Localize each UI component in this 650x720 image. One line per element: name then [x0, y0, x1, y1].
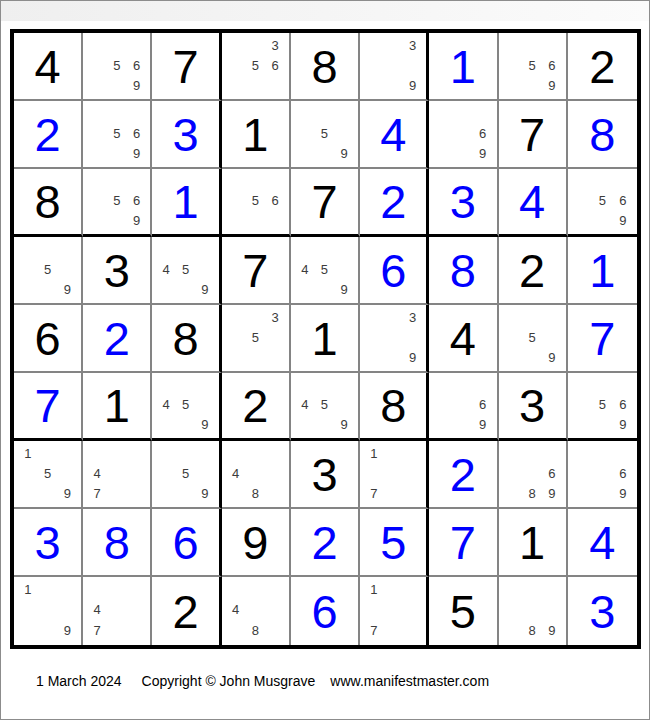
cell-r8c9[interactable]: 4	[568, 509, 637, 577]
pencil-mark-8: 8	[245, 483, 265, 503]
solved-digit: 4	[568, 509, 637, 575]
pencil-mark-9: 9	[195, 279, 214, 299]
solved-digit: 8	[568, 101, 637, 167]
pencil-mark-7: 7	[364, 483, 383, 503]
cell-r3c1[interactable]: 8	[14, 169, 83, 237]
pencil-mark-1: 1	[18, 443, 38, 463]
pencil-marks: 59	[156, 443, 214, 503]
cell-r7c7[interactable]: 2	[429, 441, 498, 509]
cell-r7c4[interactable]: 48	[222, 441, 291, 509]
pencil-mark-9: 9	[403, 75, 422, 95]
pencil-mark-5: 5	[176, 259, 195, 279]
cell-r7c9[interactable]: 69	[568, 441, 637, 509]
solved-digit: 7	[14, 373, 81, 438]
cell-r4c6[interactable]: 6	[360, 237, 429, 305]
pencil-mark-4: 4	[295, 395, 315, 415]
cell-r1c8[interactable]: 569	[499, 33, 568, 101]
pencil-marks: 459	[295, 239, 354, 299]
pencil-mark-5: 5	[592, 395, 612, 415]
pencil-mark-5: 5	[315, 123, 335, 143]
given-digit: 4	[429, 305, 496, 371]
cell-r5c7[interactable]: 4	[429, 305, 498, 373]
pencil-mark-6: 6	[613, 395, 633, 415]
solved-digit: 3	[152, 101, 218, 167]
pencil-mark-5: 5	[592, 191, 612, 211]
pencil-mark-6: 6	[265, 55, 285, 75]
given-digit: 8	[291, 33, 358, 99]
cell-r9c5[interactable]: 6	[291, 577, 360, 645]
pencil-marks: 69	[433, 103, 492, 163]
cell-r2c4[interactable]: 1	[222, 101, 291, 169]
cell-r2c5[interactable]: 59	[291, 101, 360, 169]
cell-r1c3[interactable]: 7	[152, 33, 221, 101]
pencil-mark-4: 4	[156, 395, 175, 415]
cell-r8c8[interactable]: 1	[499, 509, 568, 577]
pencil-mark-6: 6	[613, 463, 633, 483]
pencil-mark-9: 9	[127, 143, 147, 163]
pencil-marks: 69	[572, 443, 633, 503]
footer-copyright: Copyright © John Musgrave	[142, 673, 316, 689]
pencil-mark-9: 9	[127, 210, 147, 230]
cell-r9c6[interactable]: 17	[360, 577, 429, 645]
given-digit: 7	[499, 101, 566, 167]
cell-r8c7[interactable]: 7	[429, 509, 498, 577]
cell-r5c6[interactable]: 39	[360, 305, 429, 373]
cell-r3c8[interactable]: 4	[499, 169, 568, 237]
pencil-mark-4: 4	[226, 463, 246, 483]
page-footer: 1 March 2024 Copyright © John Musgrave w…	[36, 673, 489, 689]
pencil-mark-1: 1	[364, 579, 383, 600]
cell-r2c7[interactable]: 69	[429, 101, 498, 169]
cell-r4c8[interactable]: 2	[499, 237, 568, 305]
pencil-mark-5: 5	[38, 463, 58, 483]
solved-digit: 2	[429, 441, 496, 507]
solved-digit: 8	[83, 509, 150, 575]
pencil-marks: 356	[226, 35, 285, 95]
pencil-mark-9: 9	[127, 75, 147, 95]
sudoku-board: 4569735683915692256931594697885691567234…	[10, 29, 641, 649]
cell-r3c6[interactable]: 2	[360, 169, 429, 237]
pencil-mark-6: 6	[127, 55, 147, 75]
pencil-mark-5: 5	[522, 55, 542, 75]
cell-r6c2[interactable]: 1	[83, 373, 152, 441]
given-digit: 1	[291, 305, 358, 371]
cell-r3c2[interactable]: 569	[83, 169, 152, 237]
pencil-mark-7: 7	[364, 620, 383, 641]
given-digit: 1	[83, 373, 150, 438]
cell-r9c7[interactable]: 5	[429, 577, 498, 645]
solved-digit: 8	[429, 237, 496, 303]
pencil-mark-5: 5	[38, 259, 58, 279]
solved-digit: 4	[360, 101, 426, 167]
cell-r6c9[interactable]: 569	[568, 373, 637, 441]
given-digit: 8	[14, 169, 81, 234]
pencil-marks: 48	[226, 579, 285, 641]
cell-r9c2[interactable]: 47	[83, 577, 152, 645]
pencil-mark-5: 5	[522, 327, 542, 347]
cell-r4c9[interactable]: 1	[568, 237, 637, 305]
pencil-marks: 59	[18, 239, 77, 299]
cell-r9c8[interactable]: 89	[499, 577, 568, 645]
cell-r6c4[interactable]: 2	[222, 373, 291, 441]
solved-digit: 3	[429, 169, 496, 234]
pencil-marks: 47	[87, 579, 146, 641]
cell-r5c1[interactable]: 6	[14, 305, 83, 373]
pencil-mark-5: 5	[245, 55, 265, 75]
cell-r1c7[interactable]: 1	[429, 33, 498, 101]
footer-website: www.manifestmaster.com	[330, 673, 489, 689]
pencil-mark-9: 9	[542, 620, 562, 641]
pencil-mark-4: 4	[87, 463, 107, 483]
solved-digit: 6	[152, 509, 218, 575]
cell-r1c2[interactable]: 569	[83, 33, 152, 101]
pencil-mark-9: 9	[542, 347, 562, 367]
solved-digit: 2	[291, 509, 358, 575]
solved-digit: 2	[83, 305, 150, 371]
pencil-mark-9: 9	[57, 483, 77, 503]
pencil-mark-8: 8	[245, 620, 265, 641]
cell-r5c9[interactable]: 7	[568, 305, 637, 373]
cell-r1c5[interactable]: 8	[291, 33, 360, 101]
pencil-marks: 48	[226, 443, 285, 503]
solved-digit: 2	[360, 169, 426, 234]
pencil-marks: 459	[156, 239, 214, 299]
pencil-marks: 59	[503, 307, 562, 367]
pencil-mark-9: 9	[195, 414, 214, 434]
solved-digit: 3	[568, 577, 637, 645]
pencil-mark-5: 5	[245, 327, 265, 347]
pencil-mark-9: 9	[542, 483, 562, 503]
solved-digit: 2	[14, 101, 81, 167]
cell-r7c1[interactable]: 159	[14, 441, 83, 509]
pencil-mark-9: 9	[334, 414, 354, 434]
pencil-mark-7: 7	[87, 620, 107, 641]
cell-r6c1[interactable]: 7	[14, 373, 83, 441]
pencil-mark-6: 6	[127, 191, 147, 211]
pencil-mark-9: 9	[613, 483, 633, 503]
pencil-marks: 17	[364, 443, 422, 503]
cell-r9c4[interactable]: 48	[222, 577, 291, 645]
cell-r4c3[interactable]: 459	[152, 237, 221, 305]
pencil-mark-6: 6	[127, 123, 147, 143]
pencil-marks: 69	[433, 375, 492, 434]
pencil-marks: 569	[87, 103, 146, 163]
pencil-mark-6: 6	[542, 463, 562, 483]
cell-r7c5[interactable]: 3	[291, 441, 360, 509]
pencil-mark-8: 8	[522, 483, 542, 503]
pencil-mark-6: 6	[473, 395, 493, 415]
pencil-mark-9: 9	[473, 143, 493, 163]
given-digit: 7	[152, 33, 218, 99]
pencil-marks: 39	[364, 35, 422, 95]
pencil-mark-4: 4	[156, 259, 175, 279]
pencil-mark-8: 8	[522, 620, 542, 641]
cell-r4c4[interactable]: 7	[222, 237, 291, 305]
pencil-mark-5: 5	[107, 191, 127, 211]
pencil-mark-6: 6	[613, 191, 633, 211]
given-digit: 1	[222, 101, 289, 167]
pencil-mark-5: 5	[315, 259, 335, 279]
cell-r9c3[interactable]: 2	[152, 577, 221, 645]
pencil-mark-1: 1	[364, 443, 383, 463]
pencil-mark-3: 3	[403, 35, 422, 55]
given-digit: 5	[429, 577, 496, 645]
cell-r7c3[interactable]: 59	[152, 441, 221, 509]
cell-r3c5[interactable]: 7	[291, 169, 360, 237]
cell-r5c3[interactable]: 8	[152, 305, 221, 373]
cell-r6c3[interactable]: 459	[152, 373, 221, 441]
cell-r2c8[interactable]: 7	[499, 101, 568, 169]
given-digit: 7	[222, 237, 289, 303]
solved-digit: 6	[360, 237, 426, 303]
cell-r6c6[interactable]: 8	[360, 373, 429, 441]
pencil-mark-5: 5	[245, 191, 265, 211]
pencil-mark-4: 4	[295, 259, 315, 279]
solved-digit: 3	[14, 509, 81, 575]
pencil-mark-4: 4	[226, 600, 246, 621]
pencil-marks: 47	[87, 443, 146, 503]
cell-r5c2[interactable]: 2	[83, 305, 152, 373]
pencil-marks: 459	[295, 375, 354, 434]
solved-digit: 7	[568, 305, 637, 371]
cell-r6c7[interactable]: 69	[429, 373, 498, 441]
cell-r3c4[interactable]: 56	[222, 169, 291, 237]
given-digit: 8	[360, 373, 426, 438]
cell-r2c2[interactable]: 569	[83, 101, 152, 169]
given-digit: 7	[291, 169, 358, 234]
given-digit: 2	[152, 577, 218, 645]
cell-r6c8[interactable]: 3	[499, 373, 568, 441]
cell-r4c5[interactable]: 459	[291, 237, 360, 305]
pencil-mark-9: 9	[473, 414, 493, 434]
pencil-marks: 39	[364, 307, 422, 367]
pencil-mark-9: 9	[403, 347, 422, 367]
pencil-mark-9: 9	[334, 143, 354, 163]
cell-r5c8[interactable]: 59	[499, 305, 568, 373]
cell-r2c3[interactable]: 3	[152, 101, 221, 169]
pencil-marks: 569	[503, 35, 562, 95]
given-digit: 3	[291, 441, 358, 507]
given-digit: 3	[83, 237, 150, 303]
pencil-mark-3: 3	[265, 35, 285, 55]
cell-r5c4[interactable]: 35	[222, 305, 291, 373]
pencil-marks: 689	[503, 443, 562, 503]
cell-r6c5[interactable]: 459	[291, 373, 360, 441]
cell-r4c2[interactable]: 3	[83, 237, 152, 305]
pencil-mark-6: 6	[265, 191, 285, 211]
pencil-mark-9: 9	[57, 279, 77, 299]
sudoku-page: 4569735683915692256931594697885691567234…	[0, 0, 650, 720]
given-digit: 4	[14, 33, 81, 99]
cell-r1c9[interactable]: 2	[568, 33, 637, 101]
solved-digit: 6	[291, 577, 358, 645]
cell-r2c6[interactable]: 4	[360, 101, 429, 169]
cell-r1c6[interactable]: 39	[360, 33, 429, 101]
cell-r8c2[interactable]: 8	[83, 509, 152, 577]
pencil-marks: 159	[18, 443, 77, 503]
pencil-mark-9: 9	[542, 75, 562, 95]
cell-r3c3[interactable]: 1	[152, 169, 221, 237]
pencil-marks: 459	[156, 375, 214, 434]
pencil-marks: 569	[87, 35, 146, 95]
pencil-mark-6: 6	[473, 123, 493, 143]
given-digit: 2	[568, 33, 637, 99]
cell-r5c5[interactable]: 1	[291, 305, 360, 373]
pencil-mark-9: 9	[613, 414, 633, 434]
pencil-mark-5: 5	[107, 55, 127, 75]
cell-r7c2[interactable]: 47	[83, 441, 152, 509]
cell-r7c8[interactable]: 689	[499, 441, 568, 509]
pencil-mark-5: 5	[315, 395, 335, 415]
solved-digit: 1	[429, 33, 496, 99]
cell-r9c1[interactable]: 19	[14, 577, 83, 645]
given-digit: 2	[499, 237, 566, 303]
cell-r3c9[interactable]: 569	[568, 169, 637, 237]
cell-r2c9[interactable]: 8	[568, 101, 637, 169]
pencil-marks: 17	[364, 579, 422, 641]
pencil-marks: 569	[572, 171, 633, 230]
given-digit: 2	[222, 373, 289, 438]
pencil-marks: 35	[226, 307, 285, 367]
cell-r1c4[interactable]: 356	[222, 33, 291, 101]
cell-r8c3[interactable]: 6	[152, 509, 221, 577]
cell-r8c4[interactable]: 9	[222, 509, 291, 577]
pencil-marks: 56	[226, 171, 285, 230]
pencil-mark-4: 4	[87, 600, 107, 621]
pencil-marks: 89	[503, 579, 562, 641]
solved-digit: 1	[568, 237, 637, 303]
pencil-mark-6: 6	[542, 55, 562, 75]
pencil-marks: 569	[87, 171, 146, 230]
pencil-mark-5: 5	[176, 395, 195, 415]
footer-date: 1 March 2024	[36, 673, 122, 689]
given-digit: 6	[14, 305, 81, 371]
pencil-mark-9: 9	[195, 483, 214, 503]
pencil-marks: 19	[18, 579, 77, 641]
pencil-mark-5: 5	[176, 463, 195, 483]
given-digit: 3	[499, 373, 566, 438]
pencil-mark-9: 9	[334, 279, 354, 299]
cell-r7c6[interactable]: 17	[360, 441, 429, 509]
pencil-mark-3: 3	[403, 307, 422, 327]
pencil-mark-9: 9	[57, 620, 77, 641]
pencil-marks: 569	[572, 375, 633, 434]
pencil-mark-7: 7	[87, 483, 107, 503]
cell-r4c7[interactable]: 8	[429, 237, 498, 305]
solved-digit: 7	[429, 509, 496, 575]
cell-r4c1[interactable]: 59	[14, 237, 83, 305]
pencil-mark-5: 5	[107, 123, 127, 143]
pencil-mark-3: 3	[265, 307, 285, 327]
top-strip	[1, 1, 649, 21]
given-digit: 8	[152, 305, 218, 371]
pencil-mark-9: 9	[613, 210, 633, 230]
cell-r2c1[interactable]: 2	[14, 101, 83, 169]
pencil-mark-1: 1	[18, 579, 38, 600]
cell-r8c6[interactable]: 5	[360, 509, 429, 577]
pencil-marks: 59	[295, 103, 354, 163]
given-digit: 1	[499, 509, 566, 575]
solved-digit: 4	[499, 169, 566, 234]
solved-digit: 5	[360, 509, 426, 575]
cell-r3c7[interactable]: 3	[429, 169, 498, 237]
cell-r8c5[interactable]: 2	[291, 509, 360, 577]
solved-digit: 1	[152, 169, 218, 234]
cell-r8c1[interactable]: 3	[14, 509, 83, 577]
cell-r9c9[interactable]: 3	[568, 577, 637, 645]
cell-r1c1[interactable]: 4	[14, 33, 83, 101]
given-digit: 9	[222, 509, 289, 575]
